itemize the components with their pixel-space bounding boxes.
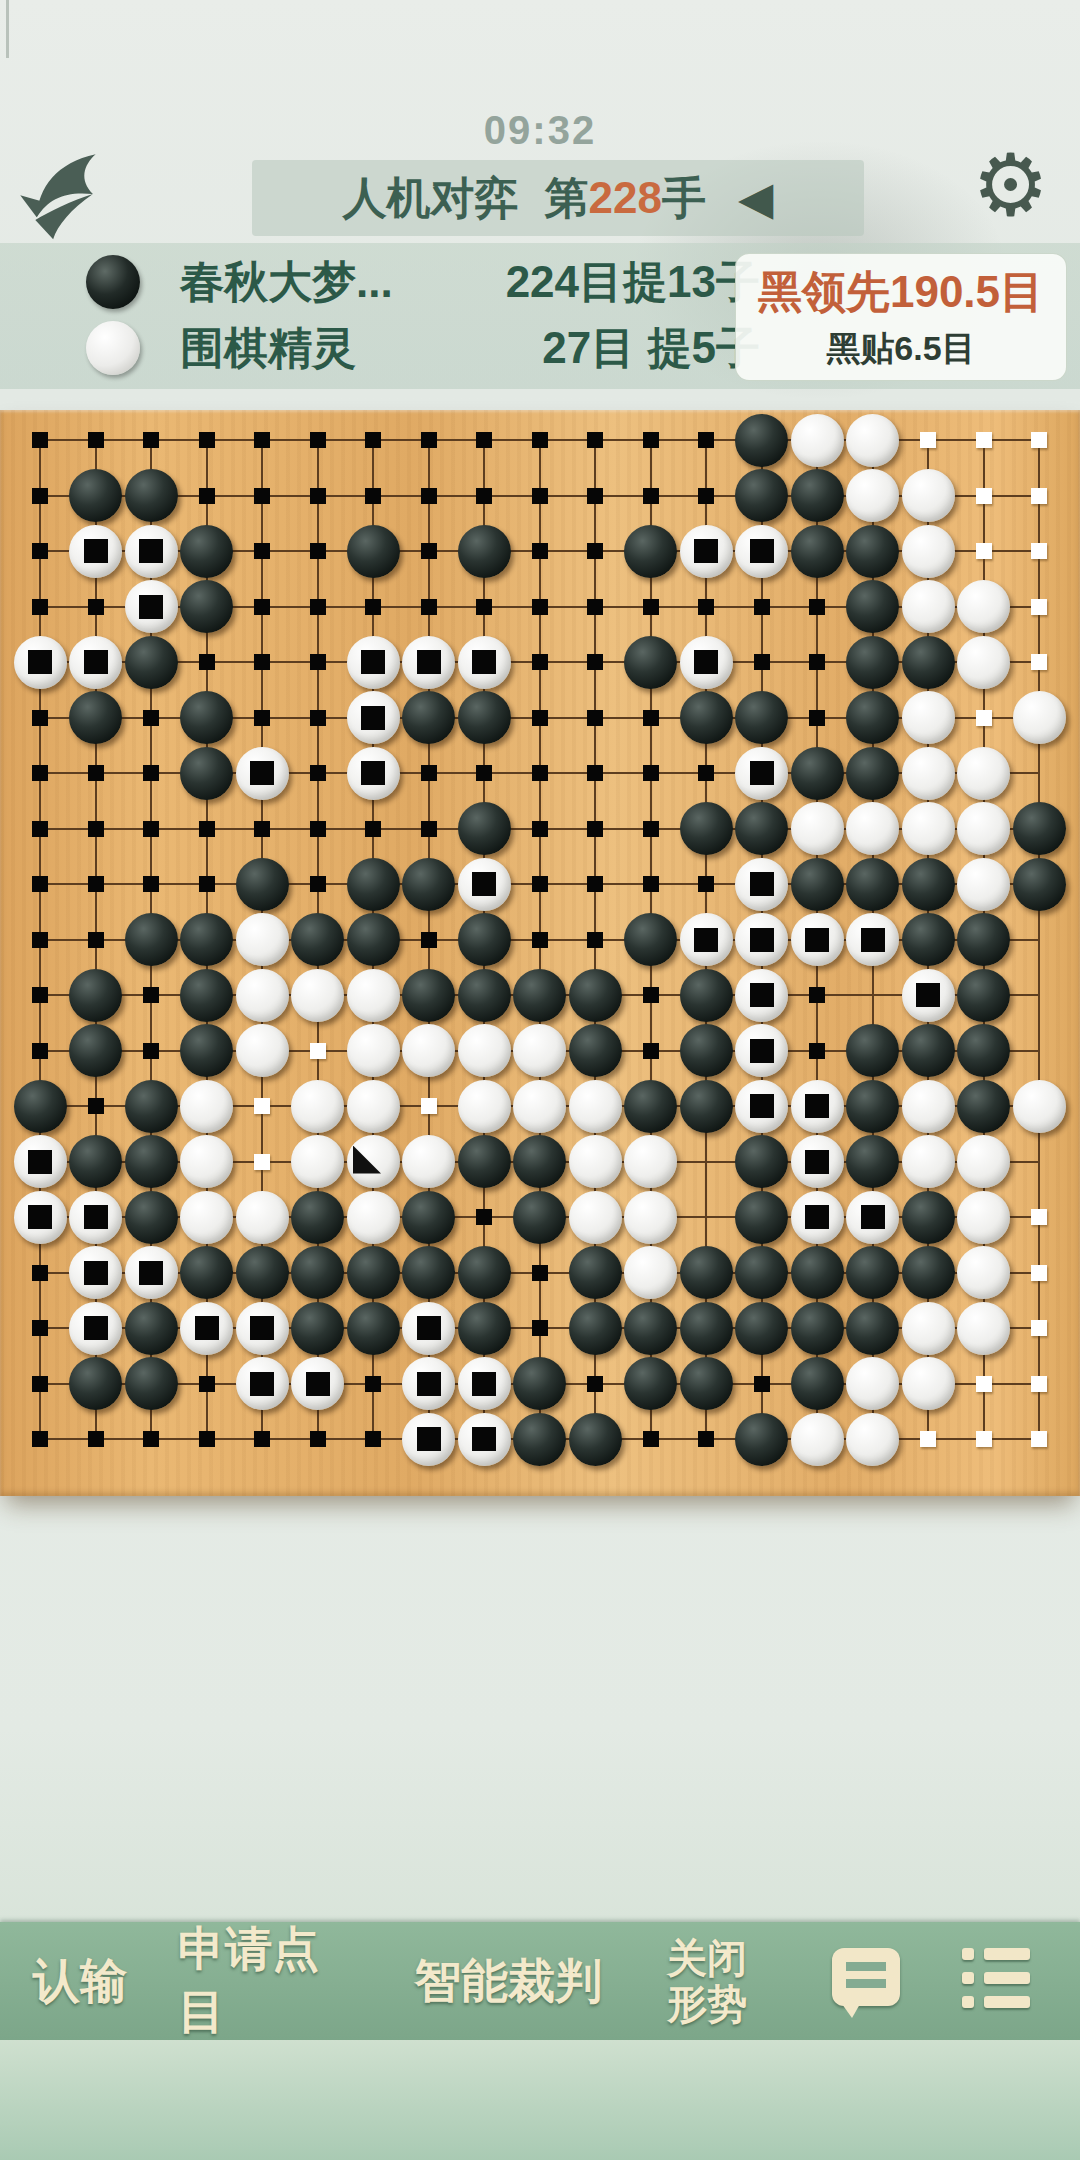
stone-white	[402, 1024, 455, 1077]
black-territory-marker	[421, 765, 437, 781]
bottom-toolbar: 认输 申请点目 智能裁判 关闭 形势	[0, 1922, 1080, 2040]
dead-white-stone	[680, 913, 733, 966]
stone-black	[513, 1191, 566, 1244]
black-territory-marker	[32, 543, 48, 559]
black-territory-marker	[254, 543, 270, 559]
stone-white	[569, 1135, 622, 1188]
dead-white-stone	[125, 1246, 178, 1299]
white-territory-marker	[254, 1154, 270, 1170]
black-territory-marker	[365, 1376, 381, 1392]
dead-white-stone	[735, 1080, 788, 1133]
stone-black	[680, 691, 733, 744]
settings-gear-icon[interactable]: ⚙	[972, 142, 1049, 228]
stone-white	[347, 969, 400, 1022]
black-territory-marker	[476, 1209, 492, 1225]
black-territory-marker	[421, 432, 437, 448]
black-territory-marker	[532, 1265, 548, 1281]
black-territory-marker	[310, 488, 326, 504]
dead-white-stone	[735, 858, 788, 911]
black-territory-marker	[643, 1431, 659, 1447]
black-territory-marker	[532, 599, 548, 615]
black-territory-marker	[199, 821, 215, 837]
stone-black	[180, 747, 233, 800]
white-stone-icon	[86, 321, 140, 375]
dead-stone-marker	[361, 706, 385, 730]
stone-black	[402, 1191, 455, 1244]
ai-judge-button[interactable]: 智能裁判	[408, 1922, 608, 2040]
stone-white	[402, 1135, 455, 1188]
dead-stone-marker	[84, 539, 108, 563]
black-territory-marker	[199, 654, 215, 670]
score-estimate-box: 黑领先190.5目 黑贴6.5目	[735, 253, 1067, 381]
stone-black	[735, 414, 788, 467]
dead-white-stone	[69, 525, 122, 578]
dead-white-stone	[402, 1357, 455, 1410]
black-territory-marker	[310, 765, 326, 781]
stone-black	[680, 969, 733, 1022]
stone-white	[902, 1357, 955, 1410]
stone-black	[347, 913, 400, 966]
stone-white	[624, 1191, 677, 1244]
stone-white	[347, 1191, 400, 1244]
stone-black	[291, 1246, 344, 1299]
black-territory-marker	[698, 876, 714, 892]
black-territory-marker	[310, 710, 326, 726]
komi-label: 黑贴6.5目	[826, 326, 975, 372]
black-territory-marker	[310, 543, 326, 559]
stone-black	[846, 1024, 899, 1077]
stone-white	[957, 1191, 1010, 1244]
stone-white	[347, 1024, 400, 1077]
stone-black	[180, 969, 233, 1022]
stone-black	[180, 580, 233, 633]
stone-black	[791, 1357, 844, 1410]
black-territory-marker	[643, 432, 659, 448]
stone-black	[14, 1080, 67, 1133]
stone-black	[846, 580, 899, 633]
dead-stone-marker	[750, 761, 774, 785]
black-territory-marker	[32, 821, 48, 837]
stone-black	[125, 1080, 178, 1133]
stone-white	[957, 580, 1010, 633]
dead-white-stone	[458, 858, 511, 911]
dead-stone-marker	[750, 928, 774, 952]
black-territory-marker	[587, 710, 603, 726]
stone-black	[347, 525, 400, 578]
stone-white	[624, 1135, 677, 1188]
stone-black	[957, 913, 1010, 966]
back-button[interactable]	[16, 146, 104, 242]
move-list-icon[interactable]	[962, 1946, 1032, 2010]
stone-white	[236, 913, 289, 966]
stone-black	[624, 525, 677, 578]
black-player-row: 春秋大梦... 224目提13子	[86, 251, 760, 313]
black-territory-marker	[532, 710, 548, 726]
dead-stone-marker	[28, 650, 52, 674]
black-territory-marker	[587, 488, 603, 504]
move-number: 228	[589, 173, 662, 222]
stone-black	[902, 1246, 955, 1299]
black-player-score: 224目提13子	[480, 253, 760, 312]
stone-black	[735, 1135, 788, 1188]
black-territory-marker	[587, 1376, 603, 1392]
black-territory-marker	[698, 1431, 714, 1447]
black-territory-marker	[643, 987, 659, 1003]
black-territory-marker	[421, 932, 437, 948]
black-territory-marker	[587, 821, 603, 837]
stone-black	[236, 858, 289, 911]
stone-black	[69, 469, 122, 522]
dead-white-stone	[291, 1357, 344, 1410]
white-territory-marker	[976, 1376, 992, 1392]
stone-black	[513, 969, 566, 1022]
black-territory-marker	[32, 1376, 48, 1392]
stone-black	[846, 691, 899, 744]
black-territory-marker	[421, 543, 437, 559]
dead-stone-marker	[84, 1316, 108, 1340]
stone-white	[569, 1191, 622, 1244]
black-territory-marker	[254, 1431, 270, 1447]
dead-stone-marker	[84, 1261, 108, 1285]
dead-stone-marker	[750, 983, 774, 1007]
stone-black	[125, 1135, 178, 1188]
stone-black	[69, 1135, 122, 1188]
stone-white	[957, 1135, 1010, 1188]
dead-stone-marker	[139, 539, 163, 563]
stone-white	[791, 1413, 844, 1466]
stone-black	[347, 858, 400, 911]
black-territory-marker	[199, 432, 215, 448]
black-territory-marker	[587, 876, 603, 892]
black-territory-marker	[532, 432, 548, 448]
black-territory-marker	[254, 710, 270, 726]
status-time: 09:32	[0, 108, 1080, 153]
stone-black	[624, 636, 677, 689]
black-territory-marker	[88, 1431, 104, 1447]
grid-line	[1038, 439, 1040, 1440]
stone-white	[236, 1024, 289, 1077]
white-territory-marker	[1031, 1320, 1047, 1336]
stone-black	[957, 1080, 1010, 1133]
stone-white	[569, 1080, 622, 1133]
stone-black	[69, 1024, 122, 1077]
black-territory-marker	[587, 543, 603, 559]
stone-black	[902, 636, 955, 689]
stone-white	[902, 1135, 955, 1188]
stone-black	[624, 1080, 677, 1133]
dead-white-stone	[458, 1357, 511, 1410]
stone-black	[846, 1246, 899, 1299]
stone-black	[125, 1357, 178, 1410]
dead-stone-marker	[84, 650, 108, 674]
white-territory-marker	[1031, 1265, 1047, 1281]
dead-white-stone	[236, 747, 289, 800]
dead-stone-marker	[361, 761, 385, 785]
dead-white-stone	[69, 1246, 122, 1299]
black-territory-marker	[643, 488, 659, 504]
dead-stone-marker	[694, 650, 718, 674]
player-panel: 春秋大梦... 224目提13子 围棋精灵 27目 提5子 黑领先190.5目 …	[0, 243, 1080, 389]
stone-white	[791, 802, 844, 855]
dead-white-stone	[458, 636, 511, 689]
dead-white-stone	[846, 1191, 899, 1244]
black-territory-marker	[143, 821, 159, 837]
black-territory-marker	[476, 432, 492, 448]
white-territory-marker	[1031, 654, 1047, 670]
white-territory-marker	[976, 1431, 992, 1447]
black-territory-marker	[587, 432, 603, 448]
stone-white	[236, 969, 289, 1022]
black-territory-marker	[421, 821, 437, 837]
black-territory-marker	[809, 710, 825, 726]
black-territory-marker	[365, 488, 381, 504]
black-territory-marker	[199, 1376, 215, 1392]
stone-black	[180, 525, 233, 578]
black-territory-marker	[88, 876, 104, 892]
black-stone-icon	[86, 255, 140, 309]
stone-black	[735, 1413, 788, 1466]
black-territory-marker	[310, 432, 326, 448]
stone-black	[624, 1302, 677, 1355]
stone-black	[125, 1302, 178, 1355]
black-territory-marker	[254, 432, 270, 448]
black-territory-marker	[143, 1043, 159, 1059]
stone-black	[569, 1246, 622, 1299]
dead-stone-marker	[250, 1316, 274, 1340]
dead-stone-marker	[750, 1094, 774, 1118]
black-territory-marker	[643, 765, 659, 781]
dead-stone-marker	[417, 1427, 441, 1451]
black-territory-marker	[698, 432, 714, 448]
black-territory-marker	[254, 821, 270, 837]
black-territory-marker	[532, 1320, 548, 1336]
stone-black	[458, 1246, 511, 1299]
stone-white	[957, 636, 1010, 689]
stone-black	[680, 802, 733, 855]
move-counter: 第228手	[545, 169, 706, 228]
black-territory-marker	[143, 876, 159, 892]
dead-white-stone	[680, 525, 733, 578]
dead-stone-marker	[694, 539, 718, 563]
stone-white	[347, 1080, 400, 1133]
stone-black	[624, 913, 677, 966]
stone-black	[846, 525, 899, 578]
stone-black	[458, 969, 511, 1022]
corner-divider	[6, 0, 9, 58]
stone-white	[846, 469, 899, 522]
dead-white-stone	[69, 1191, 122, 1244]
white-territory-marker	[1031, 432, 1047, 448]
go-board[interactable]	[0, 410, 1080, 1496]
dead-white-stone	[347, 747, 400, 800]
stone-black	[902, 913, 955, 966]
app-screen: 09:32 人机对弈 第228手 ◀ ⚙ 春秋大梦... 224目提13子 围棋…	[0, 0, 1080, 2160]
dead-white-stone	[402, 1413, 455, 1466]
black-territory-marker	[587, 932, 603, 948]
resign-button[interactable]: 认输	[25, 1922, 135, 2040]
stone-black	[791, 469, 844, 522]
stone-black	[236, 1246, 289, 1299]
stone-black	[902, 1024, 955, 1077]
stone-black	[125, 1191, 178, 1244]
black-territory-marker	[698, 599, 714, 615]
stone-black	[69, 969, 122, 1022]
stone-black	[402, 858, 455, 911]
black-territory-marker	[32, 1043, 48, 1059]
stone-black	[735, 1246, 788, 1299]
stone-black	[125, 913, 178, 966]
dead-stone-marker	[694, 928, 718, 952]
stone-black	[791, 1302, 844, 1355]
dead-stone-marker	[805, 928, 829, 952]
black-territory-marker	[32, 1320, 48, 1336]
stone-black	[846, 1135, 899, 1188]
black-territory-marker	[143, 987, 159, 1003]
dead-stone-marker	[139, 595, 163, 619]
stone-black	[957, 1024, 1010, 1077]
stone-black	[791, 1246, 844, 1299]
black-territory-marker	[310, 599, 326, 615]
stone-black	[680, 1246, 733, 1299]
stone-white	[1013, 1080, 1066, 1133]
black-territory-marker	[643, 821, 659, 837]
stone-black	[513, 1357, 566, 1410]
dead-stone-marker	[861, 1205, 885, 1229]
black-territory-marker	[32, 432, 48, 448]
stone-white	[458, 1080, 511, 1133]
previous-move-icon[interactable]: ◀	[738, 175, 773, 221]
dead-stone-marker	[417, 1316, 441, 1340]
stone-black	[569, 1413, 622, 1466]
white-territory-marker	[1031, 543, 1047, 559]
black-territory-marker	[532, 821, 548, 837]
lead-estimate: 黑领先190.5目	[758, 263, 1044, 322]
dead-white-stone	[69, 636, 122, 689]
black-territory-marker	[643, 710, 659, 726]
dead-stone-marker	[861, 928, 885, 952]
stone-black	[458, 802, 511, 855]
stone-white	[1013, 691, 1066, 744]
stone-white	[957, 1302, 1010, 1355]
dead-stone-marker	[472, 1372, 496, 1396]
stone-black	[402, 1246, 455, 1299]
stone-black	[180, 913, 233, 966]
stone-black	[125, 636, 178, 689]
stone-black	[458, 1302, 511, 1355]
black-territory-marker	[532, 488, 548, 504]
stone-black	[791, 858, 844, 911]
last-move-triangle	[353, 1146, 381, 1174]
black-territory-marker	[476, 488, 492, 504]
black-territory-marker	[754, 654, 770, 670]
dead-white-stone	[791, 913, 844, 966]
black-territory-marker	[532, 543, 548, 559]
white-player-name: 围棋精灵	[180, 319, 480, 378]
black-territory-marker	[88, 432, 104, 448]
black-territory-marker	[754, 1376, 770, 1392]
black-territory-marker	[643, 599, 659, 615]
stone-white	[957, 802, 1010, 855]
dead-white-stone	[791, 1135, 844, 1188]
black-territory-marker	[532, 654, 548, 670]
request-count-button[interactable]: 申请点目	[178, 1922, 363, 2040]
bottom-background	[0, 2040, 1080, 2160]
white-territory-marker	[976, 543, 992, 559]
white-territory-marker	[1031, 1376, 1047, 1392]
title-bar: 人机对弈 第228手 ◀	[252, 160, 864, 236]
dead-white-stone	[347, 691, 400, 744]
stone-white	[846, 802, 899, 855]
stone-black	[846, 636, 899, 689]
white-territory-marker	[976, 710, 992, 726]
dead-stone-marker	[250, 1372, 274, 1396]
black-territory-marker	[199, 488, 215, 504]
black-territory-marker	[421, 488, 437, 504]
dead-white-stone	[735, 525, 788, 578]
black-territory-marker	[199, 876, 215, 892]
stone-black	[902, 858, 955, 911]
white-territory-marker	[421, 1098, 437, 1114]
stone-white	[291, 1080, 344, 1133]
white-territory-marker	[976, 432, 992, 448]
stone-black	[1013, 858, 1066, 911]
dead-stone-marker	[472, 1427, 496, 1451]
dead-stone-marker	[250, 761, 274, 785]
dead-white-stone	[735, 913, 788, 966]
black-territory-marker	[809, 1043, 825, 1059]
dead-white-stone	[125, 580, 178, 633]
black-territory-marker	[88, 932, 104, 948]
stone-white	[846, 414, 899, 467]
chat-icon[interactable]	[832, 1948, 900, 2006]
stone-white	[236, 1191, 289, 1244]
stone-white	[513, 1024, 566, 1077]
close-territory-view-button[interactable]: 关闭 形势	[652, 1922, 762, 2040]
dead-white-stone	[14, 1191, 67, 1244]
stone-black	[458, 691, 511, 744]
dead-white-stone	[402, 636, 455, 689]
dead-white-stone	[69, 1302, 122, 1355]
dead-stone-marker	[472, 650, 496, 674]
stone-black	[291, 913, 344, 966]
stone-black	[402, 691, 455, 744]
dead-stone-marker	[306, 1372, 330, 1396]
black-territory-marker	[32, 932, 48, 948]
dead-white-stone	[14, 636, 67, 689]
white-territory-marker	[1031, 1209, 1047, 1225]
black-territory-marker	[365, 1431, 381, 1447]
black-territory-marker	[88, 1098, 104, 1114]
stone-white	[902, 1080, 955, 1133]
black-territory-marker	[698, 765, 714, 781]
black-territory-marker	[476, 765, 492, 781]
stone-black	[791, 747, 844, 800]
stone-black	[680, 1024, 733, 1077]
dead-white-stone	[14, 1135, 67, 1188]
black-territory-marker	[32, 765, 48, 781]
dead-stone-marker	[28, 1205, 52, 1229]
dead-white-stone	[402, 1302, 455, 1355]
dead-white-stone	[846, 913, 899, 966]
stone-white	[458, 1024, 511, 1077]
stone-black	[791, 525, 844, 578]
black-territory-marker	[32, 710, 48, 726]
black-territory-marker	[32, 488, 48, 504]
black-territory-marker	[143, 1431, 159, 1447]
black-territory-marker	[365, 432, 381, 448]
stone-white	[957, 1246, 1010, 1299]
black-territory-marker	[32, 599, 48, 615]
